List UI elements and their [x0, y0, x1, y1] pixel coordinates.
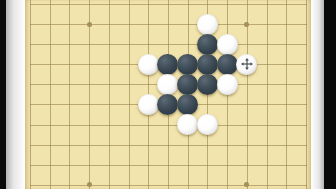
move-cursor-icon [240, 58, 253, 71]
screen [0, 0, 336, 189]
white-stone [197, 14, 218, 35]
star-point [244, 22, 249, 27]
white-stone [138, 94, 159, 115]
white-stone [217, 34, 238, 55]
black-stone [177, 54, 198, 75]
black-stone [177, 74, 198, 95]
white-stone [157, 74, 178, 95]
white-stone [217, 74, 238, 95]
white-stone [138, 54, 159, 75]
gomoku-board[interactable] [25, 0, 311, 189]
star-point [87, 22, 92, 27]
star-point [244, 182, 249, 187]
star-point [87, 182, 92, 187]
black-stone [157, 54, 178, 75]
black-stone [197, 54, 218, 75]
white-stone [197, 114, 218, 135]
black-stone [197, 34, 218, 55]
black-stone [197, 74, 218, 95]
black-stone [177, 94, 198, 115]
black-stone [157, 94, 178, 115]
black-stone [217, 54, 238, 75]
white-stone [177, 114, 198, 135]
right-page-edge [311, 0, 324, 189]
board-intersections [20, 0, 316, 189]
